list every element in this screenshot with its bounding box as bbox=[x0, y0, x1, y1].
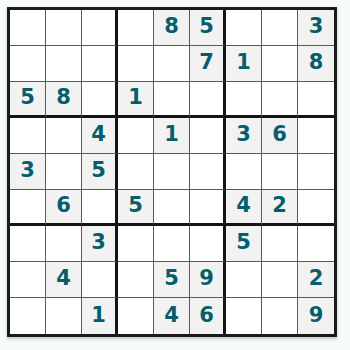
given-digit: 5 bbox=[91, 160, 106, 181]
cell-r5c4[interactable] bbox=[118, 154, 154, 190]
cell-r8c4[interactable] bbox=[118, 262, 154, 298]
cell-r2c7[interactable]: 1 bbox=[226, 46, 262, 82]
given-digit: 1 bbox=[91, 305, 106, 326]
given-digit: 5 bbox=[236, 232, 251, 253]
given-digit: 8 bbox=[309, 52, 324, 73]
cell-r8c3[interactable] bbox=[82, 262, 118, 298]
given-digit: 3 bbox=[309, 16, 324, 37]
cell-r2c1[interactable] bbox=[10, 46, 46, 82]
given-digit: 8 bbox=[164, 16, 179, 37]
given-digit: 3 bbox=[236, 124, 251, 145]
cell-r4c7[interactable]: 3 bbox=[226, 118, 262, 154]
cell-r5c7[interactable] bbox=[226, 154, 262, 190]
cell-r3c3[interactable] bbox=[82, 82, 118, 118]
cell-r6c7[interactable]: 4 bbox=[226, 190, 262, 226]
given-digit: 1 bbox=[128, 87, 143, 108]
cell-r8c2[interactable]: 4 bbox=[46, 262, 82, 298]
cell-r2c5[interactable] bbox=[154, 46, 190, 82]
cell-r3c1[interactable]: 5 bbox=[10, 82, 46, 118]
cell-r2c3[interactable] bbox=[82, 46, 118, 82]
cell-r1c2[interactable] bbox=[46, 10, 82, 46]
cell-r6c6[interactable] bbox=[190, 190, 226, 226]
cell-r7c5[interactable] bbox=[154, 226, 190, 262]
cell-r4c8[interactable]: 6 bbox=[262, 118, 298, 154]
cell-r6c2[interactable]: 6 bbox=[46, 190, 82, 226]
cell-r4c3[interactable]: 4 bbox=[82, 118, 118, 154]
cell-r5c2[interactable] bbox=[46, 154, 82, 190]
cell-r5c9[interactable] bbox=[298, 154, 334, 190]
cell-r3c7[interactable] bbox=[226, 82, 262, 118]
cell-r4c5[interactable]: 1 bbox=[154, 118, 190, 154]
given-digit: 2 bbox=[272, 195, 287, 216]
cell-r8c5[interactable]: 5 bbox=[154, 262, 190, 298]
given-digit: 1 bbox=[236, 52, 251, 73]
cell-r6c5[interactable] bbox=[154, 190, 190, 226]
given-digit: 5 bbox=[128, 195, 143, 216]
cell-r4c4[interactable] bbox=[118, 118, 154, 154]
given-digit: 4 bbox=[236, 195, 251, 216]
cell-r2c8[interactable] bbox=[262, 46, 298, 82]
cell-r9c3[interactable]: 1 bbox=[82, 298, 118, 334]
cell-r5c1[interactable]: 3 bbox=[10, 154, 46, 190]
cell-r1c7[interactable] bbox=[226, 10, 262, 46]
cell-r3c5[interactable] bbox=[154, 82, 190, 118]
given-digit: 4 bbox=[91, 124, 106, 145]
cell-r7c2[interactable] bbox=[46, 226, 82, 262]
cell-r9c8[interactable] bbox=[262, 298, 298, 334]
cell-r6c3[interactable] bbox=[82, 190, 118, 226]
cell-r3c6[interactable] bbox=[190, 82, 226, 118]
cell-r7c7[interactable]: 5 bbox=[226, 226, 262, 262]
cell-r8c8[interactable] bbox=[262, 262, 298, 298]
cell-r9c6[interactable]: 6 bbox=[190, 298, 226, 334]
cell-r3c8[interactable] bbox=[262, 82, 298, 118]
given-digit: 5 bbox=[164, 268, 179, 289]
cell-r2c2[interactable] bbox=[46, 46, 82, 82]
cell-r6c1[interactable] bbox=[10, 190, 46, 226]
cell-r8c7[interactable] bbox=[226, 262, 262, 298]
given-digit: 8 bbox=[56, 87, 71, 108]
cell-r9c2[interactable] bbox=[46, 298, 82, 334]
cell-r1c6[interactable]: 5 bbox=[190, 10, 226, 46]
cell-r9c5[interactable]: 4 bbox=[154, 298, 190, 334]
cell-r8c9[interactable]: 2 bbox=[298, 262, 334, 298]
cell-r4c9[interactable] bbox=[298, 118, 334, 154]
cell-r3c4[interactable]: 1 bbox=[118, 82, 154, 118]
given-digit: 4 bbox=[164, 305, 179, 326]
cell-r7c8[interactable] bbox=[262, 226, 298, 262]
cell-r5c3[interactable]: 5 bbox=[82, 154, 118, 190]
cell-r1c9[interactable]: 3 bbox=[298, 10, 334, 46]
cell-r6c9[interactable] bbox=[298, 190, 334, 226]
cell-r7c3[interactable]: 3 bbox=[82, 226, 118, 262]
cell-r4c6[interactable] bbox=[190, 118, 226, 154]
given-digit: 5 bbox=[199, 16, 214, 37]
cell-r5c5[interactable] bbox=[154, 154, 190, 190]
cell-r1c8[interactable] bbox=[262, 10, 298, 46]
cell-r3c2[interactable]: 8 bbox=[46, 82, 82, 118]
cell-r8c6[interactable]: 9 bbox=[190, 262, 226, 298]
cell-r1c3[interactable] bbox=[82, 10, 118, 46]
cell-r9c1[interactable] bbox=[10, 298, 46, 334]
given-digit: 2 bbox=[309, 268, 324, 289]
cell-r2c6[interactable]: 7 bbox=[190, 46, 226, 82]
cell-r8c1[interactable] bbox=[10, 262, 46, 298]
given-digit: 6 bbox=[56, 195, 71, 216]
cell-r7c6[interactable] bbox=[190, 226, 226, 262]
given-digit: 9 bbox=[309, 305, 324, 326]
cell-r9c7[interactable] bbox=[226, 298, 262, 334]
cell-r3c9[interactable] bbox=[298, 82, 334, 118]
cell-r7c1[interactable] bbox=[10, 226, 46, 262]
cell-r6c8[interactable]: 2 bbox=[262, 190, 298, 226]
cell-r1c1[interactable] bbox=[10, 10, 46, 46]
given-digit: 9 bbox=[199, 268, 214, 289]
given-digit: 6 bbox=[272, 124, 287, 145]
cell-r2c4[interactable] bbox=[118, 46, 154, 82]
cell-r1c4[interactable] bbox=[118, 10, 154, 46]
given-digit: 3 bbox=[20, 160, 35, 181]
sudoku-board: 85371858141363565423545921469 bbox=[7, 7, 337, 337]
given-digit: 6 bbox=[199, 305, 214, 326]
given-digit: 3 bbox=[91, 232, 106, 253]
given-digit: 1 bbox=[164, 124, 179, 145]
cell-r5c8[interactable] bbox=[262, 154, 298, 190]
given-digit: 5 bbox=[20, 87, 35, 108]
cell-r1c5[interactable]: 8 bbox=[154, 10, 190, 46]
given-digit: 7 bbox=[199, 52, 214, 73]
cell-r5c6[interactable] bbox=[190, 154, 226, 190]
cell-r7c4[interactable] bbox=[118, 226, 154, 262]
cell-r9c9[interactable]: 9 bbox=[298, 298, 334, 334]
cell-r9c4[interactable] bbox=[118, 298, 154, 334]
cell-r4c2[interactable] bbox=[46, 118, 82, 154]
cell-r4c1[interactable] bbox=[10, 118, 46, 154]
cell-r7c9[interactable] bbox=[298, 226, 334, 262]
cell-r6c4[interactable]: 5 bbox=[118, 190, 154, 226]
cell-r2c9[interactable]: 8 bbox=[298, 46, 334, 82]
sudoku-board-wrapper: 85371858141363565423545921469 bbox=[7, 7, 337, 337]
given-digit: 4 bbox=[56, 268, 71, 289]
